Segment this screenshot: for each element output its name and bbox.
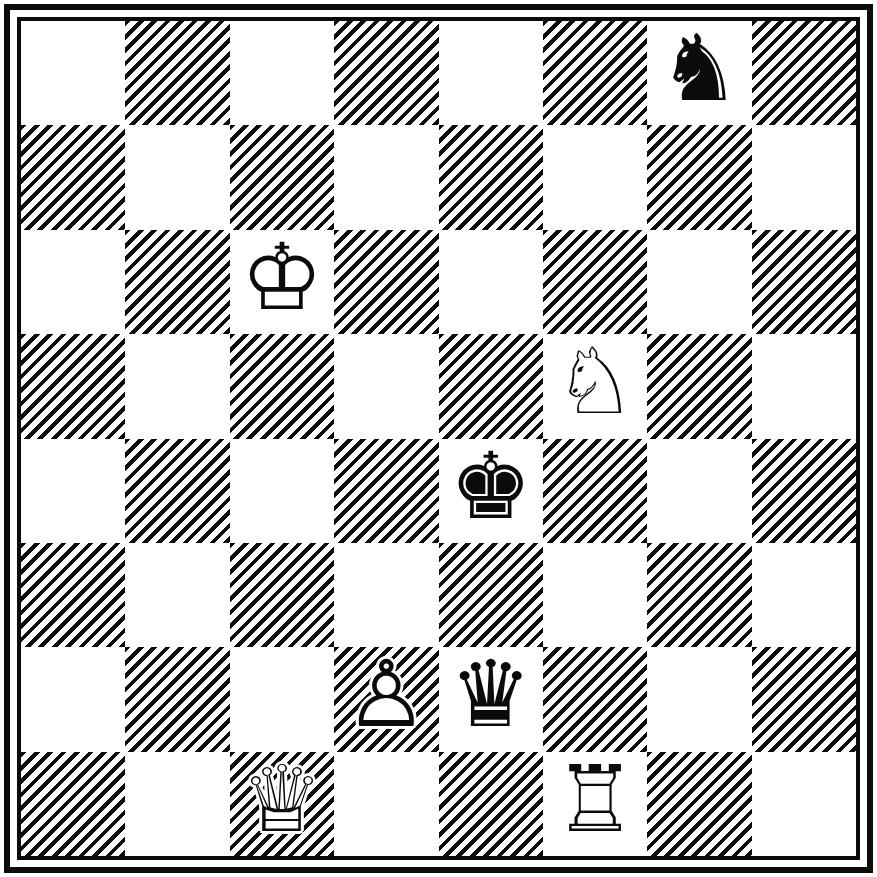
black-queen-body: ♛ (449, 650, 531, 742)
square-a7[interactable] (21, 125, 125, 229)
square-e2[interactable]: ♛ (439, 647, 543, 751)
square-a5[interactable] (21, 334, 125, 438)
square-c1[interactable]: ♛♕ (230, 752, 334, 856)
chessboard: ♞♚♔♞♘♚♟♙♛♛♕♜♖ (21, 21, 856, 856)
white-knight-body: ♞ (554, 337, 636, 429)
square-c6[interactable]: ♚♔ (230, 230, 334, 334)
white-knight-outline: ♘ (554, 337, 636, 429)
square-f4[interactable] (543, 439, 647, 543)
chess-diagram-page: ♞♚♔♞♘♚♟♙♛♛♕♜♖ (0, 0, 877, 877)
square-c2[interactable] (230, 647, 334, 751)
white-pawn-outline: ♙ (345, 650, 427, 742)
square-g8[interactable]: ♞ (647, 21, 751, 125)
square-c7[interactable] (230, 125, 334, 229)
square-c4[interactable] (230, 439, 334, 543)
square-f6[interactable] (543, 230, 647, 334)
square-a1[interactable] (21, 752, 125, 856)
square-g3[interactable] (647, 543, 751, 647)
square-g5[interactable] (647, 334, 751, 438)
square-f7[interactable] (543, 125, 647, 229)
black-knight-body: ♞ (658, 24, 740, 116)
black-queen-icon: ♛ (439, 647, 543, 751)
square-b8[interactable] (125, 21, 229, 125)
white-king-outline: ♔ (241, 232, 323, 324)
square-f8[interactable] (543, 21, 647, 125)
square-b2[interactable] (125, 647, 229, 751)
square-d1[interactable] (334, 752, 438, 856)
white-queen-icon: ♛♕ (230, 752, 334, 856)
white-queen-body: ♛ (241, 754, 323, 846)
square-g7[interactable] (647, 125, 751, 229)
white-king-icon: ♚♔ (230, 230, 334, 334)
square-e7[interactable] (439, 125, 543, 229)
square-h5[interactable] (752, 334, 856, 438)
square-d8[interactable] (334, 21, 438, 125)
square-e8[interactable] (439, 21, 543, 125)
square-h8[interactable] (752, 21, 856, 125)
square-d3[interactable] (334, 543, 438, 647)
square-b1[interactable] (125, 752, 229, 856)
square-e3[interactable] (439, 543, 543, 647)
square-f3[interactable] (543, 543, 647, 647)
white-rook-body: ♜ (554, 754, 636, 846)
square-d2[interactable]: ♟♙ (334, 647, 438, 751)
square-c8[interactable] (230, 21, 334, 125)
white-queen-outline: ♕ (241, 754, 323, 846)
black-knight-icon: ♞ (647, 21, 751, 125)
white-king-body: ♚ (241, 232, 323, 324)
square-b4[interactable] (125, 439, 229, 543)
square-e4[interactable]: ♚ (439, 439, 543, 543)
square-a6[interactable] (21, 230, 125, 334)
square-g6[interactable] (647, 230, 751, 334)
square-d5[interactable] (334, 334, 438, 438)
square-b6[interactable] (125, 230, 229, 334)
square-h4[interactable] (752, 439, 856, 543)
square-e5[interactable] (439, 334, 543, 438)
square-h2[interactable] (752, 647, 856, 751)
square-f1[interactable]: ♜♖ (543, 752, 647, 856)
square-c3[interactable] (230, 543, 334, 647)
square-a2[interactable] (21, 647, 125, 751)
square-d4[interactable] (334, 439, 438, 543)
square-a4[interactable] (21, 439, 125, 543)
white-pawn-icon: ♟♙ (334, 647, 438, 751)
square-e6[interactable] (439, 230, 543, 334)
square-b5[interactable] (125, 334, 229, 438)
square-h7[interactable] (752, 125, 856, 229)
square-d6[interactable] (334, 230, 438, 334)
square-h3[interactable] (752, 543, 856, 647)
square-g4[interactable] (647, 439, 751, 543)
square-c5[interactable] (230, 334, 334, 438)
square-e1[interactable] (439, 752, 543, 856)
square-f2[interactable] (543, 647, 647, 751)
square-a8[interactable] (21, 21, 125, 125)
square-b3[interactable] (125, 543, 229, 647)
white-knight-icon: ♞♘ (543, 334, 647, 438)
white-rook-icon: ♜♖ (543, 752, 647, 856)
white-rook-outline: ♖ (554, 754, 636, 846)
square-h6[interactable] (752, 230, 856, 334)
square-a3[interactable] (21, 543, 125, 647)
white-pawn-body: ♟ (345, 650, 427, 742)
square-b7[interactable] (125, 125, 229, 229)
square-f5[interactable]: ♞♘ (543, 334, 647, 438)
square-g1[interactable] (647, 752, 751, 856)
black-king-icon: ♚ (439, 439, 543, 543)
square-h1[interactable] (752, 752, 856, 856)
square-d7[interactable] (334, 125, 438, 229)
black-king-body: ♚ (449, 441, 531, 533)
square-g2[interactable] (647, 647, 751, 751)
